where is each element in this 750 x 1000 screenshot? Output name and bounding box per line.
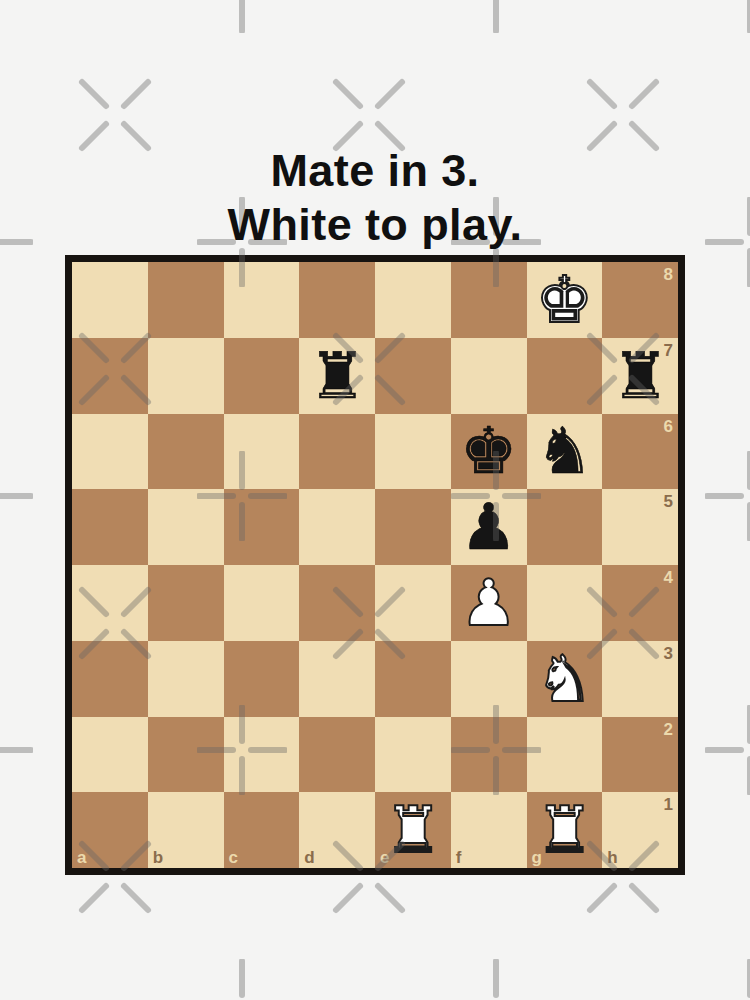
plus-watermark-icon bbox=[0, 451, 33, 541]
square-c5 bbox=[224, 489, 300, 565]
square-c2 bbox=[224, 717, 300, 793]
file-label-b: b bbox=[153, 849, 163, 866]
square-d7: ♜ bbox=[299, 338, 375, 414]
square-c4 bbox=[224, 565, 300, 641]
white-pawn-f4-piece: ♟ bbox=[451, 565, 527, 641]
plus-watermark-icon bbox=[451, 0, 541, 33]
square-b4 bbox=[148, 565, 224, 641]
file-label-c: c bbox=[229, 849, 238, 866]
plus-watermark-icon bbox=[451, 959, 541, 1000]
white-king-g8-piece: ♚ bbox=[527, 262, 603, 338]
square-d1: d bbox=[299, 792, 375, 868]
square-g5 bbox=[527, 489, 603, 565]
square-g6: ♞ bbox=[527, 414, 603, 490]
plus-watermark-icon bbox=[705, 451, 750, 541]
square-f4: ♟ bbox=[451, 565, 527, 641]
chessboard: ♚8♜7♜♚♞6♟5♟4♞32abcde♜fg♜1h bbox=[72, 262, 678, 868]
plus-watermark-icon bbox=[0, 0, 33, 33]
square-e7 bbox=[375, 338, 451, 414]
white-rook-e1-piece: ♜ bbox=[375, 792, 451, 868]
square-f5: ♟ bbox=[451, 489, 527, 565]
square-b6 bbox=[148, 414, 224, 490]
square-g3: ♞ bbox=[527, 641, 603, 717]
file-label-d: d bbox=[304, 849, 314, 866]
rank-label-6: 6 bbox=[664, 418, 673, 435]
square-e1: e♜ bbox=[375, 792, 451, 868]
square-b1: b bbox=[148, 792, 224, 868]
plus-watermark-icon bbox=[705, 959, 750, 1000]
square-b2 bbox=[148, 717, 224, 793]
square-h7: 7♜ bbox=[602, 338, 678, 414]
plus-watermark-icon bbox=[705, 705, 750, 795]
puzzle-title-line1: Mate in 3. bbox=[0, 144, 750, 198]
square-d4 bbox=[299, 565, 375, 641]
square-c6 bbox=[224, 414, 300, 490]
square-d8 bbox=[299, 262, 375, 338]
rank-label-8: 8 bbox=[664, 266, 673, 283]
plus-watermark-icon bbox=[0, 959, 33, 1000]
square-e8 bbox=[375, 262, 451, 338]
square-a1: a bbox=[72, 792, 148, 868]
square-e4 bbox=[375, 565, 451, 641]
square-c8 bbox=[224, 262, 300, 338]
square-g7 bbox=[527, 338, 603, 414]
square-a2 bbox=[72, 717, 148, 793]
square-a7 bbox=[72, 338, 148, 414]
white-rook-g1-piece: ♜ bbox=[527, 792, 603, 868]
square-h3: 3 bbox=[602, 641, 678, 717]
chessboard-frame: ♚8♜7♜♚♞6♟5♟4♞32abcde♜fg♜1h bbox=[65, 255, 685, 875]
square-b5 bbox=[148, 489, 224, 565]
poster: Mate in 3. White to play. ♚8♜7♜♚♞6♟5♟4♞3… bbox=[0, 0, 750, 1000]
plus-watermark-icon bbox=[197, 959, 287, 1000]
square-f3 bbox=[451, 641, 527, 717]
square-f6: ♚ bbox=[451, 414, 527, 490]
plus-watermark-icon bbox=[705, 0, 750, 33]
black-knight-g6-piece: ♞ bbox=[527, 414, 603, 490]
square-d3 bbox=[299, 641, 375, 717]
square-e6 bbox=[375, 414, 451, 490]
puzzle-title-line2: White to play. bbox=[0, 198, 750, 252]
square-f7 bbox=[451, 338, 527, 414]
square-a3 bbox=[72, 641, 148, 717]
square-h1: 1h bbox=[602, 792, 678, 868]
square-h5: 5 bbox=[602, 489, 678, 565]
square-h8: 8 bbox=[602, 262, 678, 338]
square-a4 bbox=[72, 565, 148, 641]
square-g2 bbox=[527, 717, 603, 793]
rank-label-2: 2 bbox=[664, 721, 673, 738]
square-d5 bbox=[299, 489, 375, 565]
square-c1: c bbox=[224, 792, 300, 868]
square-f1: f bbox=[451, 792, 527, 868]
square-h2: 2 bbox=[602, 717, 678, 793]
square-d6 bbox=[299, 414, 375, 490]
rank-label-1: 1 bbox=[664, 796, 673, 813]
square-g8: ♚ bbox=[527, 262, 603, 338]
white-knight-g3-piece: ♞ bbox=[527, 641, 603, 717]
square-b8 bbox=[148, 262, 224, 338]
square-c7 bbox=[224, 338, 300, 414]
black-rook-h7-piece: ♜ bbox=[602, 338, 678, 414]
puzzle-title: Mate in 3. White to play. bbox=[0, 144, 750, 252]
black-rook-d7-piece: ♜ bbox=[299, 338, 375, 414]
rank-label-4: 4 bbox=[664, 569, 673, 586]
rank-label-5: 5 bbox=[664, 493, 673, 510]
square-f2 bbox=[451, 717, 527, 793]
rank-label-3: 3 bbox=[664, 645, 673, 662]
square-a8 bbox=[72, 262, 148, 338]
square-e3 bbox=[375, 641, 451, 717]
file-label-h: h bbox=[607, 849, 617, 866]
plus-watermark-icon bbox=[0, 705, 33, 795]
square-e5 bbox=[375, 489, 451, 565]
square-b3 bbox=[148, 641, 224, 717]
square-h6: 6 bbox=[602, 414, 678, 490]
file-label-f: f bbox=[456, 849, 462, 866]
square-h4: 4 bbox=[602, 565, 678, 641]
square-f8 bbox=[451, 262, 527, 338]
file-label-a: a bbox=[77, 849, 86, 866]
square-e2 bbox=[375, 717, 451, 793]
black-pawn-f5-piece: ♟ bbox=[451, 489, 527, 565]
square-g1: g♜ bbox=[527, 792, 603, 868]
square-a5 bbox=[72, 489, 148, 565]
plus-watermark-icon bbox=[197, 0, 287, 33]
black-king-f6-piece: ♚ bbox=[451, 414, 527, 490]
square-g4 bbox=[527, 565, 603, 641]
square-a6 bbox=[72, 414, 148, 490]
square-b7 bbox=[148, 338, 224, 414]
square-c3 bbox=[224, 641, 300, 717]
square-d2 bbox=[299, 717, 375, 793]
